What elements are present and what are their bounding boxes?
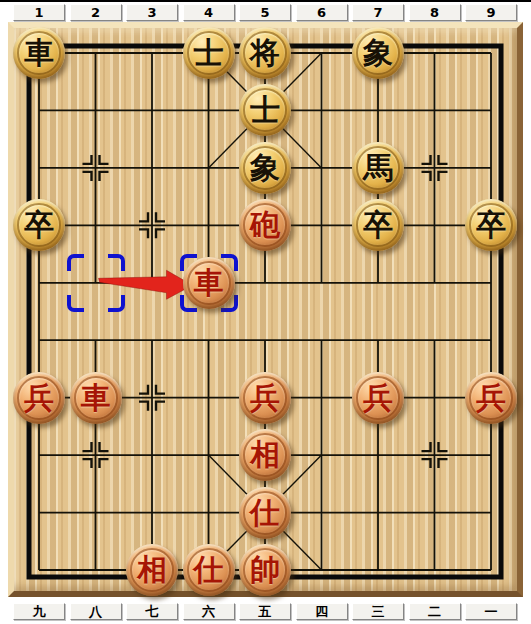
piece-character: 砲 — [250, 210, 280, 240]
file-label-bottom-4: 六 — [183, 603, 235, 620]
piece-character: 兵 — [250, 383, 280, 413]
file-label-top-4: 4 — [183, 4, 235, 21]
piece-character: 車 — [81, 383, 111, 413]
piece-character: 相 — [137, 555, 167, 585]
xiangqi-app: 123456789九八七六五四三二一 車士将象士象馬卒砲卒卒車兵車兵兵兵相仕相仕… — [0, 0, 531, 624]
red-general[interactable]: 帥 — [239, 544, 291, 596]
file-label-bottom-2: 八 — [70, 603, 122, 620]
piece-character: 象 — [363, 38, 393, 68]
file-label-bottom-7: 三 — [352, 603, 404, 620]
piece-character: 将 — [250, 38, 280, 68]
piece-character: 卒 — [24, 210, 54, 240]
file-label-bottom-8: 二 — [409, 603, 461, 620]
red-chariot[interactable]: 車 — [183, 257, 235, 309]
file-label-bottom-1: 九 — [13, 603, 65, 620]
file-label-top-8: 8 — [409, 4, 461, 21]
red-elephant[interactable]: 相 — [239, 429, 291, 481]
piece-character: 帥 — [250, 555, 280, 585]
file-label-top-3: 3 — [126, 4, 178, 21]
piece-character: 卒 — [363, 210, 393, 240]
file-label-bottom-5: 五 — [239, 603, 291, 620]
file-label-bottom-3: 七 — [126, 603, 178, 620]
black-soldier[interactable]: 卒 — [352, 199, 404, 251]
black-chariot[interactable]: 車 — [13, 27, 65, 79]
piece-character: 兵 — [363, 383, 393, 413]
red-advisor[interactable]: 仕 — [239, 487, 291, 539]
file-label-top-7: 7 — [352, 4, 404, 21]
file-label-bottom-6: 四 — [296, 603, 348, 620]
red-soldier[interactable]: 兵 — [239, 372, 291, 424]
black-elephant[interactable]: 象 — [352, 27, 404, 79]
top-divider-line — [0, 0, 531, 2]
piece-character: 馬 — [363, 153, 393, 183]
piece-character: 卒 — [476, 210, 506, 240]
red-cannon[interactable]: 砲 — [239, 199, 291, 251]
black-elephant[interactable]: 象 — [239, 142, 291, 194]
piece-character: 仕 — [194, 555, 224, 585]
piece-character: 相 — [250, 440, 280, 470]
black-advisor[interactable]: 士 — [183, 27, 235, 79]
red-elephant[interactable]: 相 — [126, 544, 178, 596]
file-label-top-9: 9 — [465, 4, 517, 21]
file-label-top-6: 6 — [296, 4, 348, 21]
piece-character: 車 — [194, 268, 224, 298]
black-horse[interactable]: 馬 — [352, 142, 404, 194]
red-soldier[interactable]: 兵 — [352, 372, 404, 424]
piece-character: 士 — [194, 38, 224, 68]
black-general[interactable]: 将 — [239, 27, 291, 79]
piece-character: 兵 — [476, 383, 506, 413]
red-advisor[interactable]: 仕 — [183, 544, 235, 596]
file-label-top-2: 2 — [70, 4, 122, 21]
red-chariot[interactable]: 車 — [70, 372, 122, 424]
file-label-top-5: 5 — [239, 4, 291, 21]
file-label-bottom-9: 一 — [465, 603, 517, 620]
piece-character: 車 — [24, 38, 54, 68]
black-soldier[interactable]: 卒 — [13, 199, 65, 251]
piece-character: 仕 — [250, 498, 280, 528]
piece-character: 象 — [250, 153, 280, 183]
red-soldier[interactable]: 兵 — [465, 372, 517, 424]
piece-character: 士 — [250, 95, 280, 125]
black-soldier[interactable]: 卒 — [465, 199, 517, 251]
red-soldier[interactable]: 兵 — [13, 372, 65, 424]
last-move-from-bracket — [67, 254, 125, 312]
piece-character: 兵 — [24, 383, 54, 413]
file-label-top-1: 1 — [13, 4, 65, 21]
